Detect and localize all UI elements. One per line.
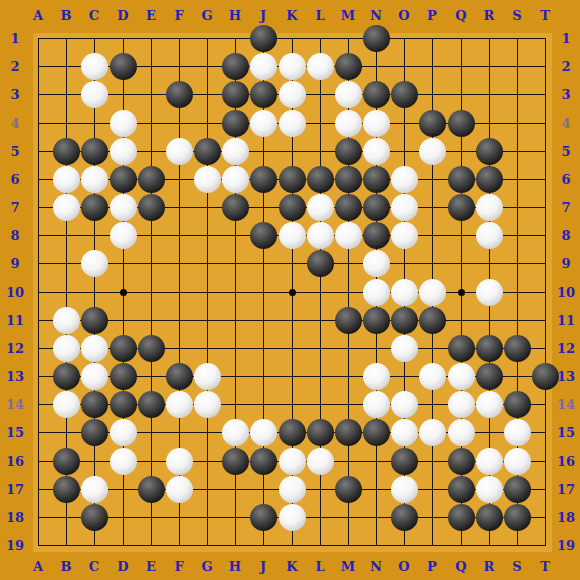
black-stone-D14[interactable]: [110, 391, 137, 418]
white-stone-O10[interactable]: [391, 279, 418, 306]
column-label-top-M: M: [341, 9, 355, 22]
white-stone-K18[interactable]: [279, 504, 306, 531]
row-label-right-7: 7: [561, 201, 570, 214]
column-label-bottom-J: J: [260, 560, 266, 573]
row-label-left-12: 12: [6, 342, 24, 355]
white-stone-L7[interactable]: [307, 194, 334, 221]
row-label-left-7: 7: [10, 201, 19, 214]
white-stone-G6[interactable]: [194, 166, 221, 193]
black-stone-R6[interactable]: [476, 166, 503, 193]
star-point: [289, 289, 296, 296]
white-stone-Q15[interactable]: [448, 419, 475, 446]
black-stone-G5[interactable]: [194, 138, 221, 165]
white-stone-D5[interactable]: [110, 138, 137, 165]
white-stone-S15[interactable]: [504, 419, 531, 446]
white-stone-R14[interactable]: [476, 391, 503, 418]
column-label-top-N: N: [370, 9, 382, 22]
row-label-left-16: 16: [6, 455, 24, 468]
black-stone-J16[interactable]: [250, 448, 277, 475]
white-stone-O14[interactable]: [391, 391, 418, 418]
white-stone-F14[interactable]: [166, 391, 193, 418]
black-stone-Q6[interactable]: [448, 166, 475, 193]
column-label-bottom-L: L: [315, 560, 324, 573]
grid-line-horizontal: [38, 320, 546, 321]
white-stone-N9[interactable]: [363, 250, 390, 277]
white-stone-C13[interactable]: [81, 363, 108, 390]
column-label-top-G: G: [201, 9, 212, 22]
row-label-left-2: 2: [10, 60, 19, 73]
row-label-right-19: 19: [557, 539, 575, 552]
black-stone-J18[interactable]: [250, 504, 277, 531]
white-stone-C2[interactable]: [81, 53, 108, 80]
row-label-right-8: 8: [561, 229, 570, 242]
column-label-bottom-Q: Q: [455, 560, 466, 573]
white-stone-K17[interactable]: [279, 476, 306, 503]
row-label-left-8: 8: [10, 229, 19, 242]
row-label-right-12: 12: [557, 342, 575, 355]
column-label-top-O: O: [398, 9, 409, 22]
white-stone-R10[interactable]: [476, 279, 503, 306]
white-stone-P15[interactable]: [419, 419, 446, 446]
column-label-bottom-T: T: [540, 560, 550, 573]
black-stone-M2[interactable]: [335, 53, 362, 80]
white-stone-N14[interactable]: [363, 391, 390, 418]
column-label-top-K: K: [286, 9, 297, 22]
black-stone-Q4[interactable]: [448, 110, 475, 137]
row-label-left-13: 13: [6, 370, 24, 383]
black-stone-J3[interactable]: [250, 81, 277, 108]
black-stone-D12[interactable]: [110, 335, 137, 362]
white-stone-M8[interactable]: [335, 222, 362, 249]
white-stone-N4[interactable]: [363, 110, 390, 137]
white-stone-O12[interactable]: [391, 335, 418, 362]
white-stone-D7[interactable]: [110, 194, 137, 221]
black-stone-N1[interactable]: [363, 25, 390, 52]
row-label-left-4: 4: [10, 117, 19, 130]
black-stone-B5[interactable]: [53, 138, 80, 165]
column-label-top-T: T: [540, 9, 550, 22]
white-stone-L2[interactable]: [307, 53, 334, 80]
white-stone-B6[interactable]: [53, 166, 80, 193]
black-stone-S14[interactable]: [504, 391, 531, 418]
black-stone-R18[interactable]: [476, 504, 503, 531]
black-stone-S12[interactable]: [504, 335, 531, 362]
row-label-left-11: 11: [6, 314, 24, 327]
black-stone-L6[interactable]: [307, 166, 334, 193]
row-label-left-5: 5: [10, 145, 19, 158]
black-stone-Q17[interactable]: [448, 476, 475, 503]
black-stone-H7[interactable]: [222, 194, 249, 221]
black-stone-E6[interactable]: [138, 166, 165, 193]
row-label-right-6: 6: [561, 173, 570, 186]
white-stone-Q13[interactable]: [448, 363, 475, 390]
column-label-top-D: D: [117, 9, 128, 22]
row-label-left-14: 14: [6, 398, 24, 411]
black-stone-N11[interactable]: [363, 307, 390, 334]
black-stone-R5[interactable]: [476, 138, 503, 165]
black-stone-N15[interactable]: [363, 419, 390, 446]
black-stone-E14[interactable]: [138, 391, 165, 418]
star-point: [120, 289, 127, 296]
black-stone-B16[interactable]: [53, 448, 80, 475]
column-label-bottom-H: H: [229, 560, 241, 573]
white-stone-P13[interactable]: [419, 363, 446, 390]
white-stone-J15[interactable]: [250, 419, 277, 446]
column-label-bottom-D: D: [117, 560, 128, 573]
white-stone-B7[interactable]: [53, 194, 80, 221]
white-stone-K16[interactable]: [279, 448, 306, 475]
row-label-right-1: 1: [561, 32, 570, 45]
black-stone-H4[interactable]: [222, 110, 249, 137]
row-label-right-15: 15: [557, 426, 575, 439]
black-stone-O16[interactable]: [391, 448, 418, 475]
white-stone-C6[interactable]: [81, 166, 108, 193]
white-stone-S16[interactable]: [504, 448, 531, 475]
black-stone-H2[interactable]: [222, 53, 249, 80]
black-stone-O18[interactable]: [391, 504, 418, 531]
white-stone-O7[interactable]: [391, 194, 418, 221]
row-label-left-18: 18: [6, 511, 24, 524]
column-label-bottom-S: S: [512, 560, 521, 573]
column-label-top-R: R: [484, 9, 495, 22]
black-stone-M5[interactable]: [335, 138, 362, 165]
black-stone-M11[interactable]: [335, 307, 362, 334]
row-label-right-14: 14: [557, 398, 575, 411]
white-stone-H15[interactable]: [222, 419, 249, 446]
white-stone-O15[interactable]: [391, 419, 418, 446]
white-stone-J2[interactable]: [250, 53, 277, 80]
white-stone-K3[interactable]: [279, 81, 306, 108]
row-label-right-3: 3: [561, 88, 570, 101]
row-label-left-3: 3: [10, 88, 19, 101]
black-stone-P11[interactable]: [419, 307, 446, 334]
black-stone-J8[interactable]: [250, 222, 277, 249]
column-label-top-Q: Q: [455, 9, 466, 22]
row-label-left-17: 17: [6, 483, 24, 496]
row-label-right-11: 11: [557, 314, 575, 327]
black-stone-M7[interactable]: [335, 194, 362, 221]
row-label-left-1: 1: [10, 32, 19, 45]
white-stone-D16[interactable]: [110, 448, 137, 475]
white-stone-H5[interactable]: [222, 138, 249, 165]
row-label-left-6: 6: [10, 173, 19, 186]
white-stone-P10[interactable]: [419, 279, 446, 306]
black-stone-F13[interactable]: [166, 363, 193, 390]
black-stone-E7[interactable]: [138, 194, 165, 221]
black-stone-F3[interactable]: [166, 81, 193, 108]
black-stone-C7[interactable]: [81, 194, 108, 221]
row-label-right-18: 18: [557, 511, 575, 524]
black-stone-M17[interactable]: [335, 476, 362, 503]
black-stone-M6[interactable]: [335, 166, 362, 193]
white-stone-R16[interactable]: [476, 448, 503, 475]
column-label-bottom-M: M: [341, 560, 355, 573]
row-label-left-15: 15: [6, 426, 24, 439]
black-stone-S18[interactable]: [504, 504, 531, 531]
white-stone-O17[interactable]: [391, 476, 418, 503]
black-stone-J6[interactable]: [250, 166, 277, 193]
white-stone-K8[interactable]: [279, 222, 306, 249]
column-label-top-A: A: [33, 9, 43, 22]
white-stone-C12[interactable]: [81, 335, 108, 362]
white-stone-G14[interactable]: [194, 391, 221, 418]
black-stone-Q18[interactable]: [448, 504, 475, 531]
column-label-bottom-O: O: [398, 560, 409, 573]
black-stone-D6[interactable]: [110, 166, 137, 193]
white-stone-K4[interactable]: [279, 110, 306, 137]
white-stone-C3[interactable]: [81, 81, 108, 108]
black-stone-L15[interactable]: [307, 419, 334, 446]
black-stone-K6[interactable]: [279, 166, 306, 193]
row-label-left-19: 19: [6, 539, 24, 552]
black-stone-C18[interactable]: [81, 504, 108, 531]
column-label-top-P: P: [427, 9, 437, 22]
black-stone-O11[interactable]: [391, 307, 418, 334]
black-stone-K7[interactable]: [279, 194, 306, 221]
black-stone-N7[interactable]: [363, 194, 390, 221]
black-stone-R12[interactable]: [476, 335, 503, 362]
white-stone-K2[interactable]: [279, 53, 306, 80]
white-stone-F16[interactable]: [166, 448, 193, 475]
white-stone-B11[interactable]: [53, 307, 80, 334]
white-stone-M3[interactable]: [335, 81, 362, 108]
go-board[interactable]: AABBCCDDEEFFGGHHJJKKLLMMNNOOPPQQRRSSTT11…: [0, 0, 580, 580]
column-label-bottom-G: G: [201, 560, 212, 573]
black-stone-O3[interactable]: [391, 81, 418, 108]
row-label-right-17: 17: [557, 483, 575, 496]
column-label-top-B: B: [61, 9, 72, 22]
white-stone-R8[interactable]: [476, 222, 503, 249]
black-stone-D13[interactable]: [110, 363, 137, 390]
black-stone-H3[interactable]: [222, 81, 249, 108]
column-label-top-J: J: [260, 9, 266, 22]
row-label-right-5: 5: [561, 145, 570, 158]
black-stone-Q7[interactable]: [448, 194, 475, 221]
white-stone-P5[interactable]: [419, 138, 446, 165]
black-stone-E12[interactable]: [138, 335, 165, 362]
black-stone-R13[interactable]: [476, 363, 503, 390]
row-label-right-9: 9: [561, 257, 570, 270]
column-label-top-E: E: [146, 9, 156, 22]
black-stone-M15[interactable]: [335, 419, 362, 446]
white-stone-F17[interactable]: [166, 476, 193, 503]
white-stone-C9[interactable]: [81, 250, 108, 277]
column-label-top-F: F: [174, 9, 183, 22]
column-label-top-H: H: [229, 9, 241, 22]
black-stone-N6[interactable]: [363, 166, 390, 193]
black-stone-E17[interactable]: [138, 476, 165, 503]
white-stone-L8[interactable]: [307, 222, 334, 249]
white-stone-J4[interactable]: [250, 110, 277, 137]
row-label-left-9: 9: [10, 257, 19, 270]
row-label-right-13: 13: [557, 370, 575, 383]
grid-line-vertical: [545, 38, 546, 546]
white-stone-C17[interactable]: [81, 476, 108, 503]
black-stone-B13[interactable]: [53, 363, 80, 390]
column-label-bottom-P: P: [427, 560, 437, 573]
white-stone-D8[interactable]: [110, 222, 137, 249]
column-label-bottom-F: F: [174, 560, 183, 573]
black-stone-Q12[interactable]: [448, 335, 475, 362]
column-label-bottom-E: E: [146, 560, 156, 573]
grid-line-horizontal: [38, 545, 546, 546]
white-stone-B12[interactable]: [53, 335, 80, 362]
white-stone-N13[interactable]: [363, 363, 390, 390]
white-stone-R7[interactable]: [476, 194, 503, 221]
column-label-top-S: S: [512, 9, 521, 22]
black-stone-S17[interactable]: [504, 476, 531, 503]
black-stone-T13[interactable]: [532, 363, 559, 390]
column-label-top-L: L: [315, 9, 324, 22]
black-stone-P4[interactable]: [419, 110, 446, 137]
row-label-right-4: 4: [561, 117, 570, 130]
row-label-right-16: 16: [557, 455, 575, 468]
column-label-bottom-C: C: [89, 560, 99, 573]
column-label-bottom-K: K: [286, 560, 297, 573]
black-stone-C11[interactable]: [81, 307, 108, 334]
black-stone-K15[interactable]: [279, 419, 306, 446]
black-stone-L9[interactable]: [307, 250, 334, 277]
star-point: [458, 289, 465, 296]
white-stone-B14[interactable]: [53, 391, 80, 418]
white-stone-F5[interactable]: [166, 138, 193, 165]
white-stone-D4[interactable]: [110, 110, 137, 137]
column-label-bottom-N: N: [370, 560, 382, 573]
black-stone-B17[interactable]: [53, 476, 80, 503]
column-label-bottom-B: B: [61, 560, 72, 573]
black-stone-C5[interactable]: [81, 138, 108, 165]
black-stone-H16[interactable]: [222, 448, 249, 475]
black-stone-D2[interactable]: [110, 53, 137, 80]
white-stone-O6[interactable]: [391, 166, 418, 193]
black-stone-Q16[interactable]: [448, 448, 475, 475]
white-stone-G13[interactable]: [194, 363, 221, 390]
white-stone-R17[interactable]: [476, 476, 503, 503]
white-stone-M4[interactable]: [335, 110, 362, 137]
black-stone-C14[interactable]: [81, 391, 108, 418]
white-stone-Q14[interactable]: [448, 391, 475, 418]
row-label-right-10: 10: [557, 286, 575, 299]
column-label-bottom-R: R: [484, 560, 495, 573]
black-stone-N3[interactable]: [363, 81, 390, 108]
column-label-bottom-A: A: [33, 560, 43, 573]
white-stone-L16[interactable]: [307, 448, 334, 475]
row-label-left-10: 10: [6, 286, 24, 299]
white-stone-O8[interactable]: [391, 222, 418, 249]
white-stone-D15[interactable]: [110, 419, 137, 446]
white-stone-H6[interactable]: [222, 166, 249, 193]
row-label-right-2: 2: [561, 60, 570, 73]
column-label-top-C: C: [89, 9, 99, 22]
black-stone-C15[interactable]: [81, 419, 108, 446]
white-stone-N10[interactable]: [363, 279, 390, 306]
black-stone-J1[interactable]: [250, 25, 277, 52]
white-stone-N5[interactable]: [363, 138, 390, 165]
black-stone-N8[interactable]: [363, 222, 390, 249]
